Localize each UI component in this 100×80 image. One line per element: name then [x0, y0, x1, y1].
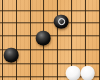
go-board[interactable]: [0, 0, 100, 80]
black-stone: [4, 48, 19, 63]
white-stone: [66, 66, 81, 80]
screenshot: [0, 0, 100, 80]
black-stone: [36, 31, 51, 46]
white-stone: [80, 66, 95, 80]
last-move-marker-icon: [58, 18, 65, 25]
black-stone: [54, 14, 69, 29]
